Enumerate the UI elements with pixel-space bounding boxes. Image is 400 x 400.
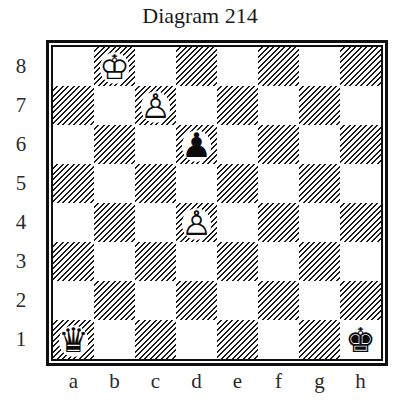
square-h5[interactable]	[340, 164, 381, 203]
square-f3[interactable]	[258, 242, 299, 281]
square-e4[interactable]	[217, 203, 258, 242]
square-a4[interactable]	[53, 203, 94, 242]
square-e6[interactable]	[217, 125, 258, 164]
square-f1[interactable]	[258, 320, 299, 359]
square-c8[interactable]	[135, 47, 176, 86]
square-h6[interactable]	[340, 125, 381, 164]
board: ♔♙♟♙♛♚	[53, 47, 381, 359]
square-c7[interactable]: ♙	[135, 86, 176, 125]
square-b1[interactable]	[94, 320, 135, 359]
square-f5[interactable]	[258, 164, 299, 203]
square-h3[interactable]	[340, 242, 381, 281]
square-e3[interactable]	[217, 242, 258, 281]
square-g8[interactable]	[299, 47, 340, 86]
square-d3[interactable]	[176, 242, 217, 281]
square-a7[interactable]	[53, 86, 94, 125]
square-a3[interactable]	[53, 242, 94, 281]
square-d2[interactable]	[176, 281, 217, 320]
square-h4[interactable]	[340, 203, 381, 242]
square-a6[interactable]	[53, 125, 94, 164]
square-g2[interactable]	[299, 281, 340, 320]
rank-label-7: 7	[8, 86, 34, 125]
rank-label-2: 2	[8, 281, 34, 320]
square-c6[interactable]	[135, 125, 176, 164]
black-pawn[interactable]: ♟	[176, 125, 217, 164]
square-f8[interactable]	[258, 47, 299, 86]
square-d6[interactable]: ♟	[176, 125, 217, 164]
square-h1[interactable]: ♚	[340, 320, 381, 359]
square-d5[interactable]	[176, 164, 217, 203]
black-queen[interactable]: ♛	[53, 320, 94, 359]
rank-labels: 87654321	[8, 47, 34, 359]
square-e7[interactable]	[217, 86, 258, 125]
square-b8[interactable]: ♔	[94, 47, 135, 86]
file-label-b: b	[94, 368, 135, 396]
rank-label-3: 3	[8, 242, 34, 281]
diagram-title: Diagram 214	[0, 3, 400, 29]
square-g5[interactable]	[299, 164, 340, 203]
square-g3[interactable]	[299, 242, 340, 281]
file-label-a: a	[53, 368, 94, 396]
file-label-h: h	[340, 368, 381, 396]
square-c5[interactable]	[135, 164, 176, 203]
rank-label-8: 8	[8, 47, 34, 86]
square-g1[interactable]	[299, 320, 340, 359]
square-g6[interactable]	[299, 125, 340, 164]
square-d4[interactable]: ♙	[176, 203, 217, 242]
white-pawn[interactable]: ♙	[135, 86, 176, 125]
square-c3[interactable]	[135, 242, 176, 281]
rank-label-5: 5	[8, 164, 34, 203]
square-b4[interactable]	[94, 203, 135, 242]
square-c2[interactable]	[135, 281, 176, 320]
square-a8[interactable]	[53, 47, 94, 86]
square-d7[interactable]	[176, 86, 217, 125]
white-king[interactable]: ♔	[94, 47, 135, 86]
black-king[interactable]: ♚	[340, 320, 381, 359]
square-a1[interactable]: ♛	[53, 320, 94, 359]
square-f4[interactable]	[258, 203, 299, 242]
square-h2[interactable]	[340, 281, 381, 320]
chess-diagram-page: Diagram 214 87654321 ♔♙♟♙♛♚ abcdefgh	[0, 0, 400, 400]
square-e8[interactable]	[217, 47, 258, 86]
file-label-f: f	[258, 368, 299, 396]
square-c4[interactable]	[135, 203, 176, 242]
square-b2[interactable]	[94, 281, 135, 320]
white-pawn[interactable]: ♙	[176, 203, 217, 242]
square-a2[interactable]	[53, 281, 94, 320]
board-inner-border: ♔♙♟♙♛♚	[51, 45, 383, 361]
file-label-d: d	[176, 368, 217, 396]
square-c1[interactable]	[135, 320, 176, 359]
square-b3[interactable]	[94, 242, 135, 281]
square-a5[interactable]	[53, 164, 94, 203]
square-g7[interactable]	[299, 86, 340, 125]
square-h8[interactable]	[340, 47, 381, 86]
rank-label-6: 6	[8, 125, 34, 164]
rank-label-1: 1	[8, 320, 34, 359]
square-d8[interactable]	[176, 47, 217, 86]
file-label-g: g	[299, 368, 340, 396]
square-h7[interactable]	[340, 86, 381, 125]
rank-label-4: 4	[8, 203, 34, 242]
square-f2[interactable]	[258, 281, 299, 320]
square-e5[interactable]	[217, 164, 258, 203]
square-e2[interactable]	[217, 281, 258, 320]
square-d1[interactable]	[176, 320, 217, 359]
square-b5[interactable]	[94, 164, 135, 203]
square-f7[interactable]	[258, 86, 299, 125]
board-frame: ♔♙♟♙♛♚	[46, 40, 388, 366]
square-b6[interactable]	[94, 125, 135, 164]
file-labels: abcdefgh	[53, 368, 381, 396]
file-label-e: e	[217, 368, 258, 396]
square-f6[interactable]	[258, 125, 299, 164]
square-b7[interactable]	[94, 86, 135, 125]
square-e1[interactable]	[217, 320, 258, 359]
square-g4[interactable]	[299, 203, 340, 242]
file-label-c: c	[135, 368, 176, 396]
